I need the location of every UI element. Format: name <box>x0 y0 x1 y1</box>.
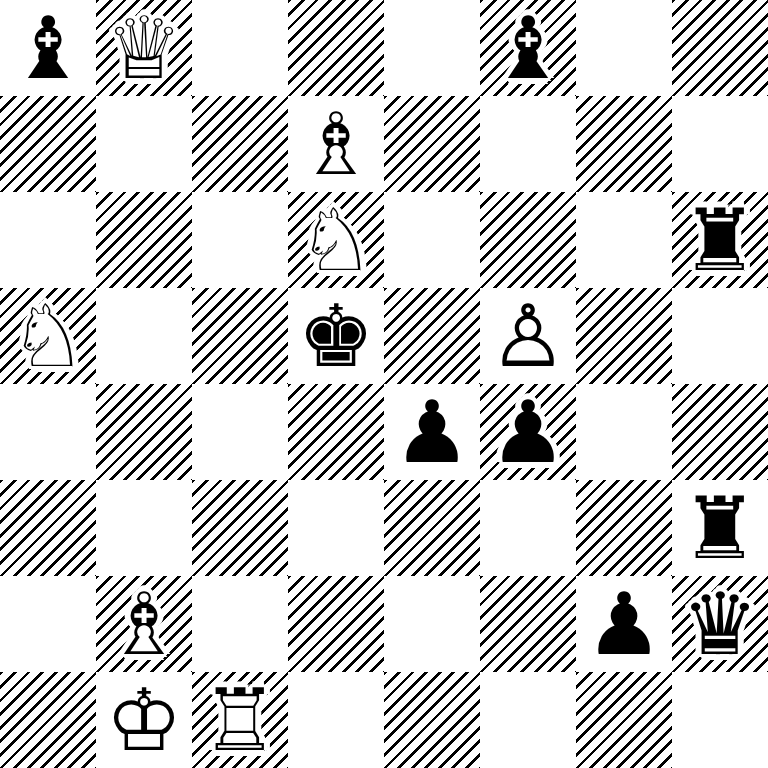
square-c8[interactable] <box>192 0 288 96</box>
square-g2[interactable]: ♟♟ <box>576 576 672 672</box>
square-g5[interactable] <box>576 288 672 384</box>
square-e6[interactable] <box>384 192 480 288</box>
square-d3[interactable] <box>288 480 384 576</box>
square-h1[interactable] <box>672 672 768 768</box>
square-c5[interactable] <box>192 288 288 384</box>
square-g6[interactable] <box>576 192 672 288</box>
square-h4[interactable] <box>672 384 768 480</box>
square-c2[interactable] <box>192 576 288 672</box>
square-e4[interactable]: ♟♟ <box>384 384 480 480</box>
square-f7[interactable] <box>480 96 576 192</box>
black-king-glyph: ♚ <box>288 288 384 384</box>
piece-white-knight[interactable]: ♞♘ <box>0 288 96 384</box>
square-d8[interactable] <box>288 0 384 96</box>
square-h6[interactable]: ♜♜ <box>672 192 768 288</box>
square-d6[interactable]: ♞♘ <box>288 192 384 288</box>
square-a7[interactable] <box>0 96 96 192</box>
black-rook-glyph: ♜ <box>672 480 768 576</box>
square-b5[interactable] <box>96 288 192 384</box>
square-h5[interactable] <box>672 288 768 384</box>
white-queen-glyph: ♕ <box>96 0 192 96</box>
square-f1[interactable] <box>480 672 576 768</box>
piece-black-queen[interactable]: ♛♛ <box>672 576 768 672</box>
chess-board: ♝♝♛♕♝♝♝♗♞♘♜♜♞♘♚♚♟♙♟♟♟♟♜♜♝♗♟♟♛♛♚♔♜♖ <box>0 0 768 768</box>
white-bishop-glyph: ♗ <box>96 576 192 672</box>
square-f8[interactable]: ♝♝ <box>480 0 576 96</box>
square-e8[interactable] <box>384 0 480 96</box>
square-b8[interactable]: ♛♕ <box>96 0 192 96</box>
square-g4[interactable] <box>576 384 672 480</box>
piece-black-king[interactable]: ♚♚ <box>288 288 384 384</box>
white-knight-glyph: ♘ <box>288 192 384 288</box>
square-d2[interactable] <box>288 576 384 672</box>
piece-black-bishop[interactable]: ♝♝ <box>480 0 576 96</box>
square-d7[interactable]: ♝♗ <box>288 96 384 192</box>
square-a5[interactable]: ♞♘ <box>0 288 96 384</box>
piece-black-pawn[interactable]: ♟♟ <box>576 576 672 672</box>
square-e5[interactable] <box>384 288 480 384</box>
piece-white-king[interactable]: ♚♔ <box>96 672 192 768</box>
black-rook-glyph: ♜ <box>672 192 768 288</box>
square-h2[interactable]: ♛♛ <box>672 576 768 672</box>
square-b1[interactable]: ♚♔ <box>96 672 192 768</box>
square-a2[interactable] <box>0 576 96 672</box>
white-king-glyph: ♔ <box>96 672 192 768</box>
square-e1[interactable] <box>384 672 480 768</box>
black-bishop-glyph: ♝ <box>0 0 96 96</box>
piece-white-bishop[interactable]: ♝♗ <box>96 576 192 672</box>
square-g7[interactable] <box>576 96 672 192</box>
square-f6[interactable] <box>480 192 576 288</box>
piece-black-rook[interactable]: ♜♜ <box>672 480 768 576</box>
square-f3[interactable] <box>480 480 576 576</box>
black-pawn-glyph: ♟ <box>480 384 576 480</box>
square-f4[interactable]: ♟♟ <box>480 384 576 480</box>
square-b2[interactable]: ♝♗ <box>96 576 192 672</box>
square-b4[interactable] <box>96 384 192 480</box>
square-h3[interactable]: ♜♜ <box>672 480 768 576</box>
square-g1[interactable] <box>576 672 672 768</box>
square-c7[interactable] <box>192 96 288 192</box>
black-bishop-glyph: ♝ <box>480 0 576 96</box>
square-c3[interactable] <box>192 480 288 576</box>
square-a8[interactable]: ♝♝ <box>0 0 96 96</box>
square-f2[interactable] <box>480 576 576 672</box>
square-e2[interactable] <box>384 576 480 672</box>
square-h7[interactable] <box>672 96 768 192</box>
square-d4[interactable] <box>288 384 384 480</box>
piece-black-rook[interactable]: ♜♜ <box>672 192 768 288</box>
square-e7[interactable] <box>384 96 480 192</box>
piece-white-rook[interactable]: ♜♖ <box>192 672 288 768</box>
black-queen-glyph: ♛ <box>672 576 768 672</box>
square-g3[interactable] <box>576 480 672 576</box>
square-b7[interactable] <box>96 96 192 192</box>
piece-black-bishop[interactable]: ♝♝ <box>0 0 96 96</box>
square-b6[interactable] <box>96 192 192 288</box>
piece-black-pawn[interactable]: ♟♟ <box>384 384 480 480</box>
square-d1[interactable] <box>288 672 384 768</box>
white-pawn-glyph: ♙ <box>480 288 576 384</box>
square-h8[interactable] <box>672 0 768 96</box>
square-a4[interactable] <box>0 384 96 480</box>
black-pawn-glyph: ♟ <box>384 384 480 480</box>
piece-white-knight[interactable]: ♞♘ <box>288 192 384 288</box>
square-e3[interactable] <box>384 480 480 576</box>
piece-black-pawn[interactable]: ♟♟ <box>480 384 576 480</box>
square-a1[interactable] <box>0 672 96 768</box>
square-g8[interactable] <box>576 0 672 96</box>
square-d5[interactable]: ♚♚ <box>288 288 384 384</box>
square-c1[interactable]: ♜♖ <box>192 672 288 768</box>
square-a3[interactable] <box>0 480 96 576</box>
white-bishop-glyph: ♗ <box>288 96 384 192</box>
white-knight-glyph: ♘ <box>0 288 96 384</box>
square-f5[interactable]: ♟♙ <box>480 288 576 384</box>
black-pawn-glyph: ♟ <box>576 576 672 672</box>
piece-white-queen[interactable]: ♛♕ <box>96 0 192 96</box>
square-c6[interactable] <box>192 192 288 288</box>
square-b3[interactable] <box>96 480 192 576</box>
square-a6[interactable] <box>0 192 96 288</box>
piece-white-pawn[interactable]: ♟♙ <box>480 288 576 384</box>
white-rook-glyph: ♖ <box>192 672 288 768</box>
square-c4[interactable] <box>192 384 288 480</box>
piece-white-bishop[interactable]: ♝♗ <box>288 96 384 192</box>
